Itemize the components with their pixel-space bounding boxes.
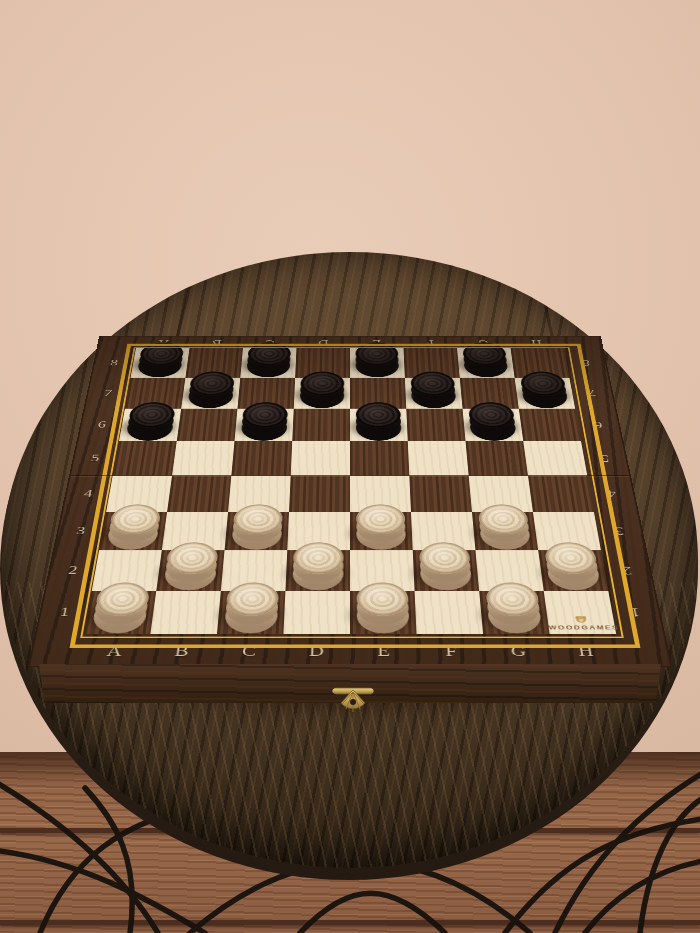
rank-label: 2: [46, 550, 99, 591]
black-checker-a6[interactable]: [125, 402, 176, 441]
woodgames-logo: WOODGAMES: [547, 615, 616, 630]
square-b2[interactable]: [156, 550, 224, 591]
square-f6[interactable]: [406, 409, 465, 442]
rank-label: 7: [85, 378, 130, 409]
file-label: D: [282, 634, 350, 666]
black-checker-b7[interactable]: [187, 372, 235, 409]
square-c8[interactable]: [240, 348, 296, 377]
file-label: F: [417, 634, 486, 666]
square-h7[interactable]: [515, 378, 576, 409]
white-checker-a1[interactable]: [91, 582, 151, 634]
file-label: D: [296, 337, 350, 349]
rank-label: 8: [564, 348, 608, 377]
square-c1[interactable]: [217, 591, 286, 634]
square-g5[interactable]: [466, 441, 528, 475]
board-frame: ABCDEFGH ABCDEFGH 87654321 87654321 WOOD…: [30, 337, 670, 666]
checkers-board: ABCDEFGH ABCDEFGH 87654321 87654321 WOOD…: [30, 337, 670, 666]
square-d6[interactable]: [292, 409, 350, 442]
rank-label: 6: [575, 409, 622, 442]
square-h2[interactable]: [538, 550, 608, 591]
square-g8[interactable]: [457, 348, 515, 377]
black-checker-c6[interactable]: [240, 402, 288, 441]
square-f4[interactable]: [409, 476, 472, 512]
square-h5[interactable]: [523, 441, 587, 475]
square-b5[interactable]: [172, 441, 234, 475]
piece-top: [356, 504, 405, 534]
file-label: H: [550, 634, 622, 666]
square-e3[interactable]: [350, 512, 413, 550]
square-a1[interactable]: [84, 591, 156, 634]
black-checker-g8[interactable]: [462, 342, 509, 377]
file-label: E: [350, 634, 418, 666]
rank-label: 5: [71, 441, 119, 475]
square-g1[interactable]: [479, 591, 549, 634]
square-a8[interactable]: [131, 348, 190, 377]
white-checker-d2[interactable]: [292, 542, 344, 591]
woodgames-logo-text: WOODGAMES: [548, 624, 615, 630]
square-b6[interactable]: [177, 409, 238, 442]
piece-top: [300, 372, 344, 396]
black-checker-e6[interactable]: [356, 402, 402, 441]
white-checker-g1[interactable]: [485, 582, 543, 634]
square-f7[interactable]: [405, 378, 463, 409]
square-h1[interactable]: WOODGAMES: [544, 591, 616, 634]
square-a3[interactable]: [99, 512, 167, 550]
file-label: B: [189, 337, 244, 349]
file-label: B: [146, 634, 217, 666]
white-checker-h2[interactable]: [543, 542, 601, 591]
black-checker-a8[interactable]: [136, 342, 185, 377]
square-f1[interactable]: [415, 591, 484, 634]
piece-top: [356, 402, 401, 427]
white-checker-c3[interactable]: [231, 504, 283, 550]
rank-label: 5: [581, 441, 629, 475]
rank-label: 4: [63, 476, 113, 512]
white-checker-e1[interactable]: [357, 582, 410, 634]
piece-top: [410, 372, 455, 396]
black-checker-d7[interactable]: [300, 372, 345, 409]
black-checker-c8[interactable]: [246, 342, 291, 377]
white-checker-b2[interactable]: [163, 542, 219, 591]
play-area: WOODGAMES: [84, 348, 616, 634]
square-a5[interactable]: [113, 441, 177, 475]
file-label: A: [78, 634, 150, 666]
rank-label: 8: [92, 348, 136, 377]
square-e5[interactable]: [350, 441, 409, 475]
square-d2[interactable]: [285, 550, 350, 591]
white-checker-g3[interactable]: [477, 504, 531, 550]
piece-top: [293, 542, 344, 574]
file-labels-bottom: ABCDEFGH: [78, 634, 622, 666]
square-d1[interactable]: [283, 591, 350, 634]
fold-seam: [71, 475, 630, 476]
square-c3[interactable]: [225, 512, 289, 550]
white-checker-c1[interactable]: [224, 582, 279, 634]
black-checker-g6[interactable]: [468, 402, 518, 441]
white-checker-a3[interactable]: [106, 504, 162, 550]
square-h6[interactable]: [519, 409, 581, 442]
file-label: F: [403, 337, 457, 349]
square-b1[interactable]: [150, 591, 220, 634]
square-b4[interactable]: [167, 476, 231, 512]
square-f5[interactable]: [408, 441, 469, 475]
rank-label: 7: [569, 378, 614, 409]
woodgames-logo-icon: [573, 615, 589, 623]
rank-label: 6: [78, 409, 125, 442]
piece-top: [357, 582, 409, 616]
square-d4[interactable]: [289, 476, 350, 512]
black-checker-f7[interactable]: [410, 372, 457, 409]
square-e1[interactable]: [350, 591, 417, 634]
file-label: G: [483, 634, 554, 666]
square-h4[interactable]: [528, 476, 594, 512]
square-c5[interactable]: [231, 441, 292, 475]
file-label: C: [214, 634, 283, 666]
square-e6[interactable]: [350, 409, 408, 442]
square-g6[interactable]: [463, 409, 524, 442]
photo-scene: ABCDEFGH ABCDEFGH 87654321 87654321 WOOD…: [0, 0, 700, 933]
rank-label: 3: [55, 512, 106, 550]
rank-label: 3: [594, 512, 645, 550]
white-checker-f2[interactable]: [419, 542, 473, 591]
file-label: H: [509, 337, 564, 349]
black-checker-e8[interactable]: [355, 342, 399, 377]
rank-label: 1: [37, 591, 92, 634]
square-f2[interactable]: [413, 550, 479, 591]
brass-latch-icon[interactable]: [331, 682, 375, 718]
black-checker-h7[interactable]: [519, 372, 569, 409]
piece-top: [355, 342, 398, 365]
square-e8[interactable]: [350, 348, 405, 377]
square-g3[interactable]: [472, 512, 538, 550]
square-d5[interactable]: [291, 441, 350, 475]
square-b7[interactable]: [181, 378, 240, 409]
square-d7[interactable]: [294, 378, 350, 409]
piece-top: [419, 542, 471, 574]
rank-label: 4: [587, 476, 637, 512]
square-c6[interactable]: [234, 409, 293, 442]
square-a6[interactable]: [119, 409, 181, 442]
white-checker-e3[interactable]: [356, 504, 406, 550]
rank-label: 2: [601, 550, 654, 591]
